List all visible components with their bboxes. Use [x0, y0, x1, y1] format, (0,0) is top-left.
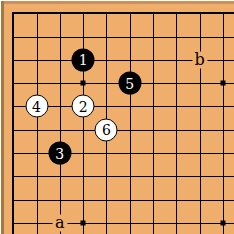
board-bevel-top	[1, 1, 234, 4]
black-stone-C13: 3	[48, 142, 71, 165]
image-border-top	[0, 0, 234, 1]
white-stone-D15: 2	[72, 95, 95, 118]
star-point-D10	[81, 220, 86, 225]
black-stone-F16: 5	[118, 72, 141, 95]
grid-vline	[200, 12, 201, 234]
board-bevel-left	[1, 1, 4, 234]
star-point-K16	[220, 81, 225, 86]
white-stone-B15: 4	[25, 95, 48, 118]
image-border-left	[0, 0, 1, 234]
star-point-K10	[220, 220, 225, 225]
point-label-C10: a	[52, 214, 67, 231]
go-board-diagram: ab 123456	[0, 0, 234, 234]
black-stone-D17: 1	[72, 48, 95, 71]
grid-hline	[12, 223, 234, 224]
point-label-J17: b	[192, 51, 207, 68]
star-point-D16	[81, 81, 86, 86]
white-stone-E14: 6	[95, 118, 118, 141]
grid-vline	[223, 12, 224, 234]
